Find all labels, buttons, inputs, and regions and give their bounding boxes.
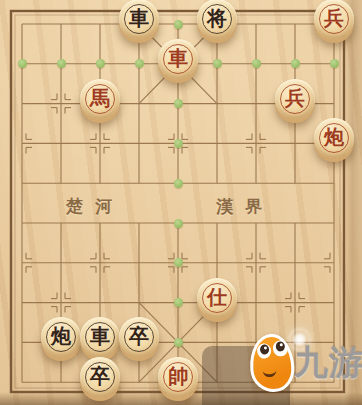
watermark-text: 九游 [294,340,362,386]
move-hint-dot[interactable] [174,179,183,188]
move-hint-dot[interactable] [174,139,183,148]
piece-red-advisor[interactable]: 仕 [197,278,237,318]
piece-black-cannon[interactable]: 炮 [41,317,81,357]
move-hint-dot[interactable] [174,338,183,347]
move-hint-dot[interactable] [330,59,339,68]
move-hint-dot[interactable] [96,59,105,68]
piece-black-general[interactable]: 将 [197,0,237,39]
piece-red-chariot[interactable]: 車 [158,39,198,79]
move-hint-dot[interactable] [174,219,183,228]
move-hint-dot[interactable] [213,59,222,68]
move-hint-dot[interactable] [174,298,183,307]
river-label-left: 楚河 [66,195,124,217]
piece-black-soldier-b[interactable]: 卒 [80,357,120,397]
move-hint-dot[interactable] [18,59,27,68]
mascot-right-eye [272,340,288,357]
piece-black-soldier-a[interactable]: 卒 [119,317,159,357]
move-hint-dot[interactable] [57,59,66,68]
piece-red-horse[interactable]: 馬 [80,79,120,119]
piece-black-chariot-b[interactable]: 車 [80,317,120,357]
move-hint-dot[interactable] [174,258,183,267]
piece-black-chariot-a[interactable]: 車 [119,0,159,39]
mascot-left-eye [257,343,272,359]
mascot-mouth [262,365,277,378]
move-hint-dot[interactable] [135,59,144,68]
piece-red-soldier-a[interactable]: 兵 [314,0,354,39]
move-hint-dot[interactable] [291,59,300,68]
move-hint-dot[interactable] [174,99,183,108]
piece-red-soldier-b[interactable]: 兵 [275,79,315,119]
piece-red-cannon[interactable]: 炮 [314,118,354,158]
river-label-right: 漢界 [216,195,274,217]
piece-red-general[interactable]: 帥 [158,357,198,397]
xiangqi-board-screen: 楚河 漢界 車将兵車馬兵炮仕炮車卒卒帥 九游 [0,0,362,405]
move-hint-dot[interactable] [252,59,261,68]
move-hint-dot[interactable] [174,20,183,29]
